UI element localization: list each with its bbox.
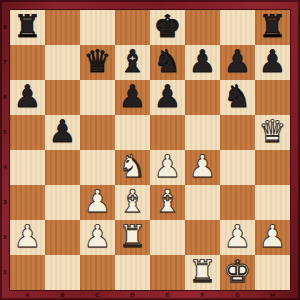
- square-e1[interactable]: [150, 255, 185, 290]
- piece-black-pawn: ♟: [150, 79, 185, 114]
- square-g7[interactable]: ♟: [220, 45, 255, 80]
- square-h1[interactable]: [255, 255, 290, 290]
- square-h7[interactable]: ♟: [255, 45, 290, 80]
- file-label-b: B: [45, 290, 80, 300]
- piece-black-rook: ♜: [10, 9, 45, 44]
- piece-white-bishop: ♝: [150, 184, 185, 219]
- square-a6[interactable]: ♟: [10, 80, 45, 115]
- file-label-f: F: [185, 290, 220, 300]
- square-f2[interactable]: [185, 220, 220, 255]
- square-b6[interactable]: [45, 80, 80, 115]
- rank-label-2: 2: [0, 220, 10, 255]
- rank-label-7: 7: [0, 45, 10, 80]
- square-g3[interactable]: [220, 185, 255, 220]
- square-b3[interactable]: [45, 185, 80, 220]
- square-d3[interactable]: ♝: [115, 185, 150, 220]
- square-d1[interactable]: [115, 255, 150, 290]
- square-f8[interactable]: [185, 10, 220, 45]
- square-h5[interactable]: ♛: [255, 115, 290, 150]
- square-e8[interactable]: ♚: [150, 10, 185, 45]
- square-e2[interactable]: [150, 220, 185, 255]
- square-c2[interactable]: ♟: [80, 220, 115, 255]
- square-g2[interactable]: ♟: [220, 220, 255, 255]
- square-d4[interactable]: ♞: [115, 150, 150, 185]
- file-label-a: A: [10, 290, 45, 300]
- rank-label-6: 6: [0, 80, 10, 115]
- square-c1[interactable]: [80, 255, 115, 290]
- piece-black-bishop: ♝: [115, 44, 150, 79]
- piece-white-pawn: ♟: [185, 149, 220, 184]
- square-g6[interactable]: ♞: [220, 80, 255, 115]
- piece-white-rook: ♜: [185, 254, 220, 289]
- piece-white-pawn: ♟: [255, 219, 290, 254]
- square-a4[interactable]: [10, 150, 45, 185]
- piece-black-pawn: ♟: [185, 44, 220, 79]
- square-f4[interactable]: ♟: [185, 150, 220, 185]
- piece-black-queen: ♛: [80, 44, 115, 79]
- piece-white-bishop: ♝: [115, 184, 150, 219]
- square-d8[interactable]: [115, 10, 150, 45]
- square-a5[interactable]: [10, 115, 45, 150]
- square-a2[interactable]: ♟: [10, 220, 45, 255]
- square-f6[interactable]: [185, 80, 220, 115]
- piece-black-pawn: ♟: [115, 79, 150, 114]
- square-e7[interactable]: ♞: [150, 45, 185, 80]
- square-c8[interactable]: [80, 10, 115, 45]
- square-b5[interactable]: ♟: [45, 115, 80, 150]
- piece-black-pawn: ♟: [10, 79, 45, 114]
- square-c3[interactable]: ♟: [80, 185, 115, 220]
- square-b2[interactable]: [45, 220, 80, 255]
- square-f3[interactable]: [185, 185, 220, 220]
- square-b4[interactable]: [45, 150, 80, 185]
- square-g8[interactable]: [220, 10, 255, 45]
- piece-black-pawn: ♟: [220, 44, 255, 79]
- piece-black-king: ♚: [150, 9, 185, 44]
- piece-white-pawn: ♟: [220, 219, 255, 254]
- file-label-h: H: [255, 290, 290, 300]
- square-c6[interactable]: [80, 80, 115, 115]
- rank-label-4: 4: [0, 150, 10, 185]
- piece-black-pawn: ♟: [45, 114, 80, 149]
- piece-white-pawn: ♟: [80, 184, 115, 219]
- square-e5[interactable]: [150, 115, 185, 150]
- file-label-g: G: [220, 290, 255, 300]
- piece-black-rook: ♜: [255, 9, 290, 44]
- board-frame: ♜♚♜♛♝♞♟♟♟♟♟♟♞♟♛♞♟♟♟♝♝♟♟♜♟♟♜♚ 87654321 AB…: [0, 0, 300, 300]
- piece-black-knight: ♞: [150, 44, 185, 79]
- square-c4[interactable]: [80, 150, 115, 185]
- square-e4[interactable]: ♟: [150, 150, 185, 185]
- square-g1[interactable]: ♚: [220, 255, 255, 290]
- file-label-c: C: [80, 290, 115, 300]
- square-d6[interactable]: ♟: [115, 80, 150, 115]
- square-e3[interactable]: ♝: [150, 185, 185, 220]
- square-d7[interactable]: ♝: [115, 45, 150, 80]
- square-b7[interactable]: [45, 45, 80, 80]
- square-d5[interactable]: [115, 115, 150, 150]
- square-h6[interactable]: [255, 80, 290, 115]
- chess-board: ♜♚♜♛♝♞♟♟♟♟♟♟♞♟♛♞♟♟♟♝♝♟♟♜♟♟♜♚: [10, 10, 290, 290]
- square-a3[interactable]: [10, 185, 45, 220]
- piece-white-pawn: ♟: [10, 219, 45, 254]
- square-h8[interactable]: ♜: [255, 10, 290, 45]
- square-f5[interactable]: [185, 115, 220, 150]
- square-h4[interactable]: [255, 150, 290, 185]
- rank-label-8: 8: [0, 10, 10, 45]
- rank-label-5: 5: [0, 115, 10, 150]
- square-b1[interactable]: [45, 255, 80, 290]
- square-c7[interactable]: ♛: [80, 45, 115, 80]
- square-d2[interactable]: ♜: [115, 220, 150, 255]
- piece-white-queen: ♛: [255, 114, 290, 149]
- piece-white-pawn: ♟: [80, 219, 115, 254]
- square-f1[interactable]: ♜: [185, 255, 220, 290]
- square-a8[interactable]: ♜: [10, 10, 45, 45]
- square-b8[interactable]: [45, 10, 80, 45]
- piece-white-rook: ♜: [115, 219, 150, 254]
- square-h2[interactable]: ♟: [255, 220, 290, 255]
- square-a1[interactable]: [10, 255, 45, 290]
- square-h3[interactable]: [255, 185, 290, 220]
- square-g4[interactable]: [220, 150, 255, 185]
- square-g5[interactable]: [220, 115, 255, 150]
- piece-white-knight: ♞: [115, 149, 150, 184]
- square-f7[interactable]: ♟: [185, 45, 220, 80]
- square-c5[interactable]: [80, 115, 115, 150]
- rank-label-1: 1: [0, 255, 10, 290]
- piece-black-pawn: ♟: [255, 44, 290, 79]
- piece-black-knight: ♞: [220, 79, 255, 114]
- piece-white-pawn: ♟: [150, 149, 185, 184]
- rank-label-3: 3: [0, 185, 10, 220]
- piece-white-king: ♚: [220, 254, 255, 289]
- file-label-e: E: [150, 290, 185, 300]
- square-a7[interactable]: [10, 45, 45, 80]
- file-label-d: D: [115, 290, 150, 300]
- square-e6[interactable]: ♟: [150, 80, 185, 115]
